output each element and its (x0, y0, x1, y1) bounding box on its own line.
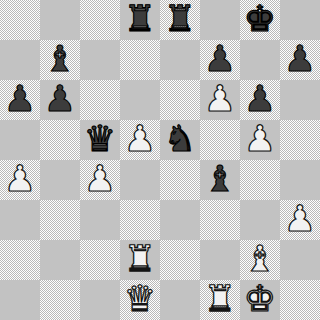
square-h6[interactable] (280, 80, 320, 120)
square-g7[interactable] (240, 40, 280, 80)
white-king-g1: ♚ (244, 279, 276, 319)
square-h3[interactable]: ♟ (280, 200, 320, 240)
square-f5[interactable] (200, 120, 240, 160)
black-pawn-f7: ♟ (204, 39, 236, 79)
square-d4[interactable] (120, 160, 160, 200)
square-e5[interactable]: ♞ (160, 120, 200, 160)
square-f7[interactable]: ♟ (200, 40, 240, 80)
square-a5[interactable] (0, 120, 40, 160)
square-a7[interactable] (0, 40, 40, 80)
square-g3[interactable] (240, 200, 280, 240)
square-b5[interactable] (40, 120, 80, 160)
white-pawn-h3: ♟ (284, 199, 316, 239)
square-b1[interactable] (40, 280, 80, 320)
square-h8[interactable] (280, 0, 320, 40)
square-g1[interactable]: ♚ (240, 280, 280, 320)
square-f6[interactable]: ♟ (200, 80, 240, 120)
white-rook-d2: ♜ (124, 239, 156, 279)
black-bishop-b7: ♝ (44, 39, 76, 79)
square-g4[interactable] (240, 160, 280, 200)
black-knight-e5: ♞ (164, 119, 196, 159)
black-queen-c5: ♛ (84, 119, 116, 159)
square-a6[interactable]: ♟ (0, 80, 40, 120)
square-e8[interactable]: ♜ (160, 0, 200, 40)
black-pawn-a6: ♟ (4, 79, 36, 119)
square-e3[interactable] (160, 200, 200, 240)
square-c6[interactable] (80, 80, 120, 120)
square-g8[interactable]: ♚ (240, 0, 280, 40)
white-pawn-d5: ♟ (124, 119, 156, 159)
black-pawn-h7: ♟ (284, 39, 316, 79)
black-rook-e8: ♜ (164, 0, 196, 39)
black-pawn-b6: ♟ (44, 79, 76, 119)
square-b7[interactable]: ♝ (40, 40, 80, 80)
square-d5[interactable]: ♟ (120, 120, 160, 160)
black-king-g8: ♚ (244, 0, 276, 39)
square-e7[interactable] (160, 40, 200, 80)
square-e4[interactable] (160, 160, 200, 200)
square-a1[interactable] (0, 280, 40, 320)
square-h1[interactable] (280, 280, 320, 320)
chess-board[interactable]: ♜♜♚♝♟♟♟♟♟♟♛♟♞♟♟♟♝♟♜♝♛♜♚ (0, 0, 320, 320)
square-f4[interactable]: ♝ (200, 160, 240, 200)
square-h4[interactable] (280, 160, 320, 200)
square-c5[interactable]: ♛ (80, 120, 120, 160)
square-f2[interactable] (200, 240, 240, 280)
square-e1[interactable] (160, 280, 200, 320)
white-pawn-c4: ♟ (84, 159, 116, 199)
square-c2[interactable] (80, 240, 120, 280)
square-g5[interactable]: ♟ (240, 120, 280, 160)
square-f1[interactable]: ♜ (200, 280, 240, 320)
square-c8[interactable] (80, 0, 120, 40)
square-c7[interactable] (80, 40, 120, 80)
square-f3[interactable] (200, 200, 240, 240)
square-a2[interactable] (0, 240, 40, 280)
square-h7[interactable]: ♟ (280, 40, 320, 80)
square-f8[interactable] (200, 0, 240, 40)
black-bishop-f4: ♝ (204, 159, 236, 199)
square-c4[interactable]: ♟ (80, 160, 120, 200)
square-a4[interactable]: ♟ (0, 160, 40, 200)
square-b8[interactable] (40, 0, 80, 40)
square-b2[interactable] (40, 240, 80, 280)
white-pawn-g5: ♟ (244, 119, 276, 159)
square-g6[interactable]: ♟ (240, 80, 280, 120)
square-d6[interactable] (120, 80, 160, 120)
square-b4[interactable] (40, 160, 80, 200)
white-pawn-a4: ♟ (4, 159, 36, 199)
square-d8[interactable]: ♜ (120, 0, 160, 40)
square-c3[interactable] (80, 200, 120, 240)
square-a8[interactable] (0, 0, 40, 40)
white-queen-d1: ♛ (124, 279, 156, 319)
square-a3[interactable] (0, 200, 40, 240)
black-pawn-g6: ♟ (244, 79, 276, 119)
square-g2[interactable]: ♝ (240, 240, 280, 280)
square-e2[interactable] (160, 240, 200, 280)
black-rook-d8: ♜ (124, 0, 156, 39)
square-d2[interactable]: ♜ (120, 240, 160, 280)
white-pawn-f6: ♟ (204, 79, 236, 119)
square-c1[interactable] (80, 280, 120, 320)
white-rook-f1: ♜ (204, 279, 236, 319)
square-h2[interactable] (280, 240, 320, 280)
square-d1[interactable]: ♛ (120, 280, 160, 320)
square-d3[interactable] (120, 200, 160, 240)
white-bishop-g2: ♝ (244, 239, 276, 279)
square-b6[interactable]: ♟ (40, 80, 80, 120)
square-b3[interactable] (40, 200, 80, 240)
square-e6[interactable] (160, 80, 200, 120)
square-h5[interactable] (280, 120, 320, 160)
square-d7[interactable] (120, 40, 160, 80)
